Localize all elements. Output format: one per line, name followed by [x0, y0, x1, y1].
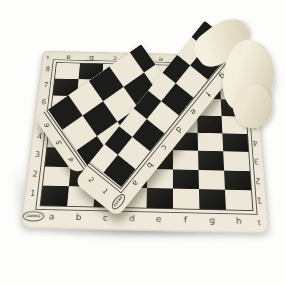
- rank-label-left-8: 8: [45, 67, 50, 73]
- file-label-bottom-e: e: [156, 215, 162, 224]
- square-h2: [224, 170, 251, 190]
- square-g2: [199, 170, 225, 190]
- folded-rank-label-2: 2: [87, 176, 95, 184]
- corner-mark-top-left: 1: [46, 54, 50, 59]
- square-h3: [223, 151, 249, 170]
- file-label-bottom-b: b: [75, 213, 81, 221]
- square-f2: [173, 169, 199, 189]
- square-h1: [225, 190, 252, 211]
- rank-label-right-1: 1: [256, 196, 261, 203]
- rank-label-left-3: 3: [35, 152, 41, 159]
- rank-label-left-1: 1: [30, 191, 36, 198]
- brand-logo: CAYRO: [22, 211, 45, 222]
- square-g1: [199, 189, 226, 210]
- file-label-top-b: b: [89, 54, 94, 60]
- rank-label-right-4: 4: [252, 139, 257, 146]
- file-label-bottom-f: f: [184, 215, 187, 223]
- folded-file-label-e: e: [188, 107, 197, 116]
- rank-label-left-6: 6: [41, 100, 46, 106]
- rank-label-left-7: 7: [43, 83, 48, 89]
- square-g4: [198, 133, 224, 152]
- folded-file-label-a: a: [130, 179, 139, 188]
- square-g5: [197, 115, 222, 133]
- rank-label-left-2: 2: [32, 171, 38, 178]
- file-label-top-e: e: [158, 56, 163, 62]
- square-a1: [41, 185, 69, 206]
- file-label-bottom-c: c: [103, 214, 108, 222]
- file-label-top-a: a: [65, 54, 70, 60]
- file-label-bottom-a: a: [49, 212, 55, 220]
- folded-rank-label-4: 4: [68, 157, 75, 162]
- square-h4: [222, 133, 248, 152]
- folded-file-label-b: b: [144, 161, 153, 170]
- folded-file-label-d: d: [173, 125, 182, 134]
- folded-rank-label-5: 5: [56, 140, 63, 145]
- file-label-bottom-d: d: [129, 214, 135, 223]
- folded-rank-label-1: 1: [101, 188, 109, 196]
- file-label-bottom-h: h: [236, 217, 242, 226]
- square-a8: [55, 63, 80, 79]
- square-a2: [43, 166, 71, 186]
- rank-label-right-3: 3: [253, 157, 258, 164]
- square-f1: [173, 188, 199, 209]
- file-label-bottom-g: g: [209, 216, 215, 225]
- square-e1: [147, 188, 173, 209]
- product-photo[interactable]: aabbccddeeffgghh112233445566778811CAYRO …: [0, 0, 286, 286]
- rank-label-right-2: 2: [255, 176, 260, 183]
- corner-mark-bottom-right: 1: [257, 218, 262, 225]
- rank-label-left-4: 4: [37, 134, 42, 141]
- square-f3: [173, 150, 199, 169]
- folded-rank-label-6: 6: [44, 123, 51, 128]
- folded-file-label-f: f: [203, 90, 211, 97]
- folded-file-label-c: c: [159, 143, 168, 151]
- square-g3: [198, 151, 224, 170]
